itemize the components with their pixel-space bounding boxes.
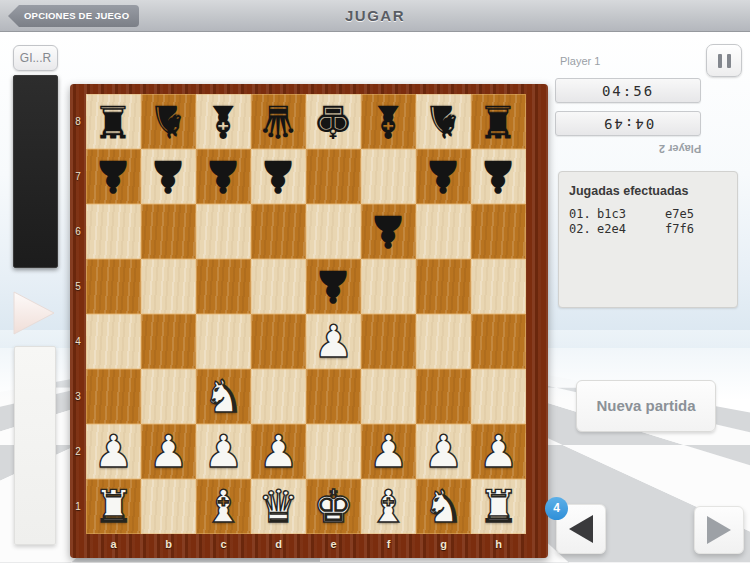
piece-white-rook[interactable]: ♜ xyxy=(93,479,133,534)
piece-black-pawn[interactable]: ♟ xyxy=(93,149,133,204)
piece-white-pawn[interactable]: ♟ xyxy=(93,424,133,479)
square-b4[interactable] xyxy=(141,314,196,369)
pause-icon xyxy=(727,54,731,68)
square-c6[interactable] xyxy=(196,204,251,259)
square-c3[interactable]: ♞ xyxy=(196,369,251,424)
square-h5[interactable] xyxy=(471,259,526,314)
square-g1[interactable]: ♞ xyxy=(416,479,471,534)
piece-white-pawn[interactable]: ♟ xyxy=(203,424,243,479)
square-b5[interactable] xyxy=(141,259,196,314)
square-d4[interactable] xyxy=(251,314,306,369)
piece-white-bishop[interactable]: ♝ xyxy=(368,479,408,534)
square-a4[interactable] xyxy=(86,314,141,369)
square-d3[interactable] xyxy=(251,369,306,424)
square-h3[interactable] xyxy=(471,369,526,424)
piece-white-king[interactable]: ♚ xyxy=(313,479,353,534)
move-text: b1c3 xyxy=(597,207,665,222)
piece-black-pawn[interactable]: ♟ xyxy=(368,204,408,259)
square-a2[interactable]: ♟ xyxy=(86,424,141,479)
square-b1[interactable] xyxy=(141,479,196,534)
moves-panel: Jugadas efectuadas 01.b1c3e7e502.e2e4f7f… xyxy=(558,171,738,308)
board-squares[interactable]: ♜♞♝♛♚♝♞♜♟♟♟♟♟♟♟♟♟♞♟♟♟♟♟♟♟♜♝♛♚♝♞♜ xyxy=(86,94,526,534)
left-arrow-icon xyxy=(569,515,593,543)
rank-label: 1 xyxy=(70,479,86,534)
move-text: e7e5 xyxy=(665,207,727,222)
piece-black-pawn[interactable]: ♟ xyxy=(203,149,243,204)
rank-labels: 87654321 xyxy=(70,94,86,534)
rank-label: 5 xyxy=(70,259,86,314)
file-label: b xyxy=(141,534,196,556)
square-b7[interactable]: ♟ xyxy=(141,149,196,204)
move-text: 01. xyxy=(569,207,597,222)
square-a5[interactable] xyxy=(86,259,141,314)
square-d1[interactable]: ♛ xyxy=(251,479,306,534)
piece-black-pawn[interactable]: ♟ xyxy=(423,149,463,204)
next-move-button[interactable] xyxy=(694,506,744,554)
square-h4[interactable] xyxy=(471,314,526,369)
square-f6[interactable]: ♟ xyxy=(361,204,416,259)
square-a1[interactable]: ♜ xyxy=(86,479,141,534)
rank-label: 3 xyxy=(70,369,86,424)
square-d2[interactable]: ♟ xyxy=(251,424,306,479)
file-label: g xyxy=(416,534,471,556)
file-label: c xyxy=(196,534,251,556)
piece-black-pawn[interactable]: ♟ xyxy=(148,149,188,204)
square-f2[interactable]: ♟ xyxy=(361,424,416,479)
pause-icon xyxy=(718,54,722,68)
piece-black-pawn[interactable]: ♟ xyxy=(478,149,518,204)
square-g7[interactable]: ♟ xyxy=(416,149,471,204)
piece-black-bishop[interactable]: ♝ xyxy=(368,94,408,149)
move-count-badge: 4 xyxy=(545,497,568,520)
square-d8[interactable]: ♛ xyxy=(251,94,306,149)
square-b3[interactable] xyxy=(141,369,196,424)
square-e3[interactable] xyxy=(306,369,361,424)
piece-black-queen[interactable]: ♛ xyxy=(258,94,298,149)
square-c8[interactable]: ♝ xyxy=(196,94,251,149)
moves-list: 01.b1c3e7e502.e2e4f7f6 xyxy=(569,207,727,237)
square-g5[interactable] xyxy=(416,259,471,314)
player1-clock: 04:56 xyxy=(555,78,701,103)
player2-clock: 04:49 xyxy=(555,111,701,136)
header: JUGAR OPCIONES DE JUEGO xyxy=(0,0,750,32)
piece-white-pawn[interactable]: ♟ xyxy=(478,424,518,479)
file-label: h xyxy=(471,534,526,556)
piece-white-pawn[interactable]: ♟ xyxy=(423,424,463,479)
move-row: 02.e2e4f7f6 xyxy=(569,222,727,237)
piece-white-pawn[interactable]: ♟ xyxy=(313,314,353,369)
square-h8[interactable]: ♜ xyxy=(471,94,526,149)
piece-black-knight[interactable]: ♞ xyxy=(423,94,463,149)
square-g6[interactable] xyxy=(416,204,471,259)
player-name-button[interactable]: GI...R xyxy=(13,45,58,71)
turn-indicator-arrow xyxy=(13,291,55,335)
piece-white-queen[interactable]: ♛ xyxy=(258,479,298,534)
square-d6[interactable] xyxy=(251,204,306,259)
square-f7[interactable] xyxy=(361,149,416,204)
rank-label: 6 xyxy=(70,204,86,259)
piece-white-pawn[interactable]: ♟ xyxy=(148,424,188,479)
piece-black-bishop[interactable]: ♝ xyxy=(203,94,243,149)
piece-black-pawn[interactable]: ♟ xyxy=(258,149,298,204)
piece-black-pawn[interactable]: ♟ xyxy=(313,259,353,314)
piece-black-rook[interactable]: ♜ xyxy=(478,94,518,149)
piece-white-knight[interactable]: ♞ xyxy=(423,479,463,534)
rank-label: 7 xyxy=(70,149,86,204)
square-g3[interactable] xyxy=(416,369,471,424)
square-e2[interactable] xyxy=(306,424,361,479)
square-f8[interactable]: ♝ xyxy=(361,94,416,149)
moves-panel-title: Jugadas efectuadas xyxy=(569,184,727,198)
back-button[interactable]: OPCIONES DE JUEGO xyxy=(8,5,139,27)
chess-board[interactable]: 87654321 ♜♞♝♛♚♝♞♜♟♟♟♟♟♟♟♟♟♞♟♟♟♟♟♟♟♜♝♛♚♝♞… xyxy=(70,84,548,558)
piece-white-pawn[interactable]: ♟ xyxy=(258,424,298,479)
rank-label: 4 xyxy=(70,314,86,369)
player1-label: Player 1 xyxy=(560,55,600,67)
square-g8[interactable]: ♞ xyxy=(416,94,471,149)
player1-time: 04:56 xyxy=(602,83,654,99)
square-b2[interactable]: ♟ xyxy=(141,424,196,479)
square-b6[interactable] xyxy=(141,204,196,259)
square-e1[interactable]: ♚ xyxy=(306,479,361,534)
square-a6[interactable] xyxy=(86,204,141,259)
square-d5[interactable] xyxy=(251,259,306,314)
piece-white-pawn[interactable]: ♟ xyxy=(368,424,408,479)
square-f3[interactable] xyxy=(361,369,416,424)
piece-white-bishop[interactable]: ♝ xyxy=(203,479,243,534)
pause-button[interactable] xyxy=(706,44,742,77)
file-labels: abcdefgh xyxy=(86,534,526,556)
piece-black-knight[interactable]: ♞ xyxy=(148,94,188,149)
app-screen: JUGAR OPCIONES DE JUEGO GI...R 87654321 … xyxy=(0,0,750,563)
square-h6[interactable] xyxy=(471,204,526,259)
piece-black-rook[interactable]: ♜ xyxy=(93,94,133,149)
square-f1[interactable]: ♝ xyxy=(361,479,416,534)
rank-label: 2 xyxy=(70,424,86,479)
square-c7[interactable]: ♟ xyxy=(196,149,251,204)
player2-label: Player 2 xyxy=(555,139,701,157)
square-c1[interactable]: ♝ xyxy=(196,479,251,534)
square-a3[interactable] xyxy=(86,369,141,424)
file-label: a xyxy=(86,534,141,556)
square-e6[interactable] xyxy=(306,204,361,259)
square-c4[interactable] xyxy=(196,314,251,369)
move-text: e2e4 xyxy=(597,222,665,237)
square-a8[interactable]: ♜ xyxy=(86,94,141,149)
square-h2[interactable]: ♟ xyxy=(471,424,526,479)
piece-black-king[interactable]: ♚ xyxy=(313,94,353,149)
square-e8[interactable]: ♚ xyxy=(306,94,361,149)
square-f4[interactable] xyxy=(361,314,416,369)
captured-pieces-tray-white xyxy=(14,346,56,545)
captured-pieces-tray-black xyxy=(13,75,58,268)
square-d7[interactable]: ♟ xyxy=(251,149,306,204)
square-a7[interactable]: ♟ xyxy=(86,149,141,204)
file-label: d xyxy=(251,534,306,556)
player2-time: 04:49 xyxy=(602,116,654,132)
square-c5[interactable] xyxy=(196,259,251,314)
file-label: f xyxy=(361,534,416,556)
move-text: 02. xyxy=(569,222,597,237)
square-b8[interactable]: ♞ xyxy=(141,94,196,149)
square-e5[interactable]: ♟ xyxy=(306,259,361,314)
square-h1[interactable]: ♜ xyxy=(471,479,526,534)
right-arrow-icon xyxy=(707,516,731,544)
square-g4[interactable] xyxy=(416,314,471,369)
rank-label: 8 xyxy=(70,94,86,149)
square-f5[interactable] xyxy=(361,259,416,314)
square-c2[interactable]: ♟ xyxy=(196,424,251,479)
file-label: e xyxy=(306,534,361,556)
piece-white-knight[interactable]: ♞ xyxy=(203,369,243,424)
move-text: f7f6 xyxy=(665,222,727,237)
new-game-button[interactable]: Nueva partida xyxy=(576,380,716,432)
piece-white-rook[interactable]: ♜ xyxy=(478,479,518,534)
square-h7[interactable]: ♟ xyxy=(471,149,526,204)
square-e4[interactable]: ♟ xyxy=(306,314,361,369)
square-e7[interactable] xyxy=(306,149,361,204)
move-row: 01.b1c3e7e5 xyxy=(569,207,727,222)
square-g2[interactable]: ♟ xyxy=(416,424,471,479)
